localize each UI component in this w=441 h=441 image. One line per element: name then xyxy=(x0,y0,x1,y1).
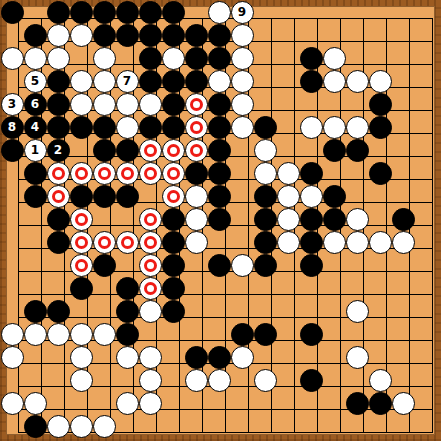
circle-marker-icon xyxy=(144,236,157,249)
stone-white[interactable] xyxy=(231,346,254,369)
stone-white[interactable] xyxy=(323,47,346,70)
circle-marker-icon xyxy=(144,144,157,157)
stone-black[interactable] xyxy=(369,162,392,185)
stone-black[interactable] xyxy=(47,116,70,139)
circle-marker-icon xyxy=(190,144,203,157)
stone-black[interactable] xyxy=(208,139,231,162)
stone-black[interactable] xyxy=(369,392,392,415)
stone-black[interactable] xyxy=(93,254,116,277)
stone-black[interactable] xyxy=(139,116,162,139)
circle-marker-icon xyxy=(190,98,203,111)
stone-white[interactable] xyxy=(1,392,24,415)
stone-black[interactable] xyxy=(323,139,346,162)
stone-white-move-5[interactable]: 5 xyxy=(24,70,47,93)
stone-white[interactable] xyxy=(139,369,162,392)
stone-black[interactable] xyxy=(116,1,139,24)
stone-black[interactable] xyxy=(93,139,116,162)
stone-white[interactable] xyxy=(208,369,231,392)
stone-black[interactable] xyxy=(47,231,70,254)
stone-black[interactable] xyxy=(116,277,139,300)
stone-black[interactable] xyxy=(369,116,392,139)
stone-white[interactable] xyxy=(139,392,162,415)
stone-black[interactable] xyxy=(185,70,208,93)
stone-white[interactable] xyxy=(231,254,254,277)
stone-white[interactable] xyxy=(300,116,323,139)
stone-black[interactable] xyxy=(116,300,139,323)
stone-white[interactable] xyxy=(231,47,254,70)
stone-white-circled[interactable] xyxy=(70,254,93,277)
stone-white[interactable] xyxy=(1,323,24,346)
stone-black[interactable] xyxy=(70,1,93,24)
stone-black[interactable] xyxy=(139,70,162,93)
stone-white[interactable] xyxy=(208,1,231,24)
stone-white[interactable] xyxy=(369,231,392,254)
stone-black[interactable] xyxy=(93,24,116,47)
stone-white[interactable] xyxy=(185,231,208,254)
stone-white-circled[interactable] xyxy=(162,139,185,162)
stone-black[interactable] xyxy=(70,185,93,208)
stone-black[interactable] xyxy=(185,47,208,70)
stone-black[interactable] xyxy=(47,300,70,323)
stone-white-move-1[interactable]: 1 xyxy=(24,139,47,162)
stone-black[interactable] xyxy=(47,70,70,93)
stone-black[interactable] xyxy=(162,254,185,277)
circle-marker-icon xyxy=(75,236,88,249)
stone-white[interactable] xyxy=(70,415,93,438)
stone-black[interactable] xyxy=(346,392,369,415)
stone-black[interactable] xyxy=(300,323,323,346)
stone-black-move-2[interactable]: 2 xyxy=(47,139,70,162)
stone-black[interactable] xyxy=(70,116,93,139)
stone-black[interactable] xyxy=(139,1,162,24)
stone-black[interactable] xyxy=(116,139,139,162)
stone-black[interactable] xyxy=(162,208,185,231)
stone-white[interactable] xyxy=(93,415,116,438)
stone-black[interactable] xyxy=(254,323,277,346)
stone-black[interactable] xyxy=(208,185,231,208)
stone-white-circled[interactable] xyxy=(116,231,139,254)
circle-marker-icon xyxy=(144,282,157,295)
circle-marker-icon xyxy=(98,236,111,249)
stone-white[interactable] xyxy=(369,369,392,392)
stone-black[interactable] xyxy=(93,116,116,139)
stone-white[interactable] xyxy=(231,70,254,93)
stone-black[interactable] xyxy=(47,208,70,231)
stone-white[interactable] xyxy=(139,93,162,116)
stone-black[interactable] xyxy=(162,300,185,323)
stone-white-circled[interactable] xyxy=(162,162,185,185)
circle-marker-icon xyxy=(190,121,203,134)
stone-white-move-9[interactable]: 9 xyxy=(231,1,254,24)
stone-white[interactable] xyxy=(323,231,346,254)
stone-white[interactable] xyxy=(162,47,185,70)
stone-white[interactable] xyxy=(254,139,277,162)
circle-marker-icon xyxy=(167,144,180,157)
stone-white[interactable] xyxy=(300,185,323,208)
stone-white[interactable] xyxy=(93,47,116,70)
stone-white-circled[interactable] xyxy=(93,162,116,185)
stone-white[interactable] xyxy=(24,47,47,70)
stone-white[interactable] xyxy=(277,208,300,231)
stone-black[interactable] xyxy=(116,323,139,346)
stone-white[interactable] xyxy=(70,323,93,346)
circle-marker-icon xyxy=(75,167,88,180)
stone-black[interactable] xyxy=(208,116,231,139)
stone-white[interactable] xyxy=(139,300,162,323)
stone-black[interactable] xyxy=(47,1,70,24)
circle-marker-icon xyxy=(167,190,180,203)
stone-black[interactable] xyxy=(346,139,369,162)
stone-white[interactable] xyxy=(323,70,346,93)
stone-black[interactable] xyxy=(24,300,47,323)
stone-white-circled[interactable] xyxy=(162,185,185,208)
stone-white[interactable] xyxy=(70,369,93,392)
stone-black[interactable] xyxy=(116,185,139,208)
stone-white[interactable] xyxy=(185,185,208,208)
stone-black-move-8[interactable]: 8 xyxy=(1,116,24,139)
stone-white-circled[interactable] xyxy=(139,231,162,254)
circle-marker-icon xyxy=(121,167,134,180)
stone-white[interactable] xyxy=(47,323,70,346)
stone-black[interactable] xyxy=(162,93,185,116)
stone-white[interactable] xyxy=(277,231,300,254)
stone-white[interactable] xyxy=(208,70,231,93)
stone-white[interactable] xyxy=(47,24,70,47)
stone-white[interactable] xyxy=(277,185,300,208)
stone-white-circled[interactable] xyxy=(70,208,93,231)
stone-black[interactable] xyxy=(254,231,277,254)
circle-marker-icon xyxy=(52,190,65,203)
stone-white[interactable] xyxy=(392,392,415,415)
stone-white[interactable] xyxy=(346,116,369,139)
stone-black[interactable] xyxy=(185,162,208,185)
stone-white[interactable] xyxy=(116,346,139,369)
circle-marker-icon xyxy=(52,167,65,180)
stone-black[interactable] xyxy=(24,24,47,47)
stone-white-circled[interactable] xyxy=(185,116,208,139)
stone-black[interactable] xyxy=(254,185,277,208)
stone-white-circled[interactable] xyxy=(139,208,162,231)
stone-white-circled[interactable] xyxy=(139,277,162,300)
circle-marker-icon xyxy=(144,259,157,272)
stone-black[interactable] xyxy=(139,47,162,70)
stone-black[interactable] xyxy=(231,323,254,346)
stone-white[interactable] xyxy=(93,323,116,346)
stone-black[interactable] xyxy=(139,24,162,47)
stone-white-move-7[interactable]: 7 xyxy=(116,70,139,93)
stone-black[interactable] xyxy=(162,1,185,24)
stone-white[interactable] xyxy=(369,70,392,93)
stone-white[interactable] xyxy=(231,116,254,139)
stone-white[interactable] xyxy=(231,24,254,47)
stone-black-move-4[interactable]: 4 xyxy=(24,116,47,139)
stone-black[interactable] xyxy=(208,254,231,277)
circle-marker-icon xyxy=(144,167,157,180)
stone-black[interactable] xyxy=(162,24,185,47)
stone-black[interactable] xyxy=(1,139,24,162)
stone-white[interactable] xyxy=(277,162,300,185)
stone-white-circled[interactable] xyxy=(139,162,162,185)
stone-white-move-3[interactable]: 3 xyxy=(1,93,24,116)
stone-white[interactable] xyxy=(47,47,70,70)
stone-white[interactable] xyxy=(139,346,162,369)
stone-black[interactable] xyxy=(93,185,116,208)
stone-white[interactable] xyxy=(185,369,208,392)
stone-white[interactable] xyxy=(185,208,208,231)
stone-white[interactable] xyxy=(346,208,369,231)
stone-black[interactable] xyxy=(208,346,231,369)
stone-black[interactable] xyxy=(162,116,185,139)
stone-black[interactable] xyxy=(300,231,323,254)
stone-white-circled[interactable] xyxy=(47,185,70,208)
stone-white[interactable] xyxy=(70,93,93,116)
stone-black[interactable] xyxy=(116,24,139,47)
stone-black[interactable] xyxy=(93,1,116,24)
stone-black[interactable] xyxy=(300,369,323,392)
stone-black[interactable] xyxy=(24,185,47,208)
go-board-diagram: 957368412 xyxy=(0,0,441,441)
stone-white[interactable] xyxy=(24,323,47,346)
stone-white[interactable] xyxy=(254,162,277,185)
circle-marker-icon xyxy=(121,236,134,249)
stone-white-circled[interactable] xyxy=(185,93,208,116)
circle-marker-icon xyxy=(98,167,111,180)
stone-black[interactable] xyxy=(24,162,47,185)
stone-black[interactable] xyxy=(254,116,277,139)
stone-white[interactable] xyxy=(93,70,116,93)
stone-white[interactable] xyxy=(116,116,139,139)
stone-black[interactable] xyxy=(323,185,346,208)
stone-white-circled[interactable] xyxy=(139,254,162,277)
stone-white[interactable] xyxy=(346,231,369,254)
stone-white[interactable] xyxy=(346,346,369,369)
stone-white[interactable] xyxy=(70,70,93,93)
stone-white-circled[interactable] xyxy=(70,162,93,185)
stone-white-circled[interactable] xyxy=(116,162,139,185)
stone-white[interactable] xyxy=(1,346,24,369)
stone-white[interactable] xyxy=(1,47,24,70)
stone-black[interactable] xyxy=(369,93,392,116)
stone-black[interactable] xyxy=(300,47,323,70)
stone-black[interactable] xyxy=(300,70,323,93)
stone-white-circled[interactable] xyxy=(47,162,70,185)
stone-black[interactable] xyxy=(300,254,323,277)
stone-white[interactable] xyxy=(47,415,70,438)
stone-white[interactable] xyxy=(346,300,369,323)
stone-black[interactable] xyxy=(24,415,47,438)
stone-black[interactable] xyxy=(300,162,323,185)
stone-black[interactable] xyxy=(208,24,231,47)
stone-black[interactable] xyxy=(162,70,185,93)
stone-white-circled[interactable] xyxy=(70,231,93,254)
circle-marker-icon xyxy=(75,259,88,272)
stone-black[interactable] xyxy=(47,93,70,116)
stone-white-circled[interactable] xyxy=(185,139,208,162)
stone-black[interactable] xyxy=(70,277,93,300)
stone-white[interactable] xyxy=(323,116,346,139)
stone-white-circled[interactable] xyxy=(93,231,116,254)
stone-black[interactable] xyxy=(392,208,415,231)
stone-white[interactable] xyxy=(93,93,116,116)
stone-black[interactable] xyxy=(300,208,323,231)
stone-white-circled[interactable] xyxy=(139,139,162,162)
stone-white[interactable] xyxy=(70,346,93,369)
stone-black-move-6[interactable]: 6 xyxy=(24,93,47,116)
stone-white[interactable] xyxy=(24,392,47,415)
stone-white[interactable] xyxy=(254,369,277,392)
stone-white[interactable] xyxy=(392,231,415,254)
stone-black[interactable] xyxy=(185,346,208,369)
circle-marker-icon xyxy=(75,213,88,226)
stone-black[interactable] xyxy=(162,277,185,300)
stone-black[interactable] xyxy=(254,208,277,231)
stone-black[interactable] xyxy=(208,162,231,185)
stone-white[interactable] xyxy=(70,24,93,47)
stone-black[interactable] xyxy=(1,1,24,24)
stone-black[interactable] xyxy=(162,231,185,254)
stone-black[interactable] xyxy=(254,254,277,277)
stone-black[interactable] xyxy=(185,24,208,47)
circle-marker-icon xyxy=(167,167,180,180)
circle-marker-icon xyxy=(144,213,157,226)
stone-black[interactable] xyxy=(208,93,231,116)
stone-white[interactable] xyxy=(231,93,254,116)
stone-black[interactable] xyxy=(323,208,346,231)
stone-black[interactable] xyxy=(208,47,231,70)
stone-white[interactable] xyxy=(116,392,139,415)
stone-black[interactable] xyxy=(208,208,231,231)
stone-white[interactable] xyxy=(346,70,369,93)
stone-white[interactable] xyxy=(116,93,139,116)
